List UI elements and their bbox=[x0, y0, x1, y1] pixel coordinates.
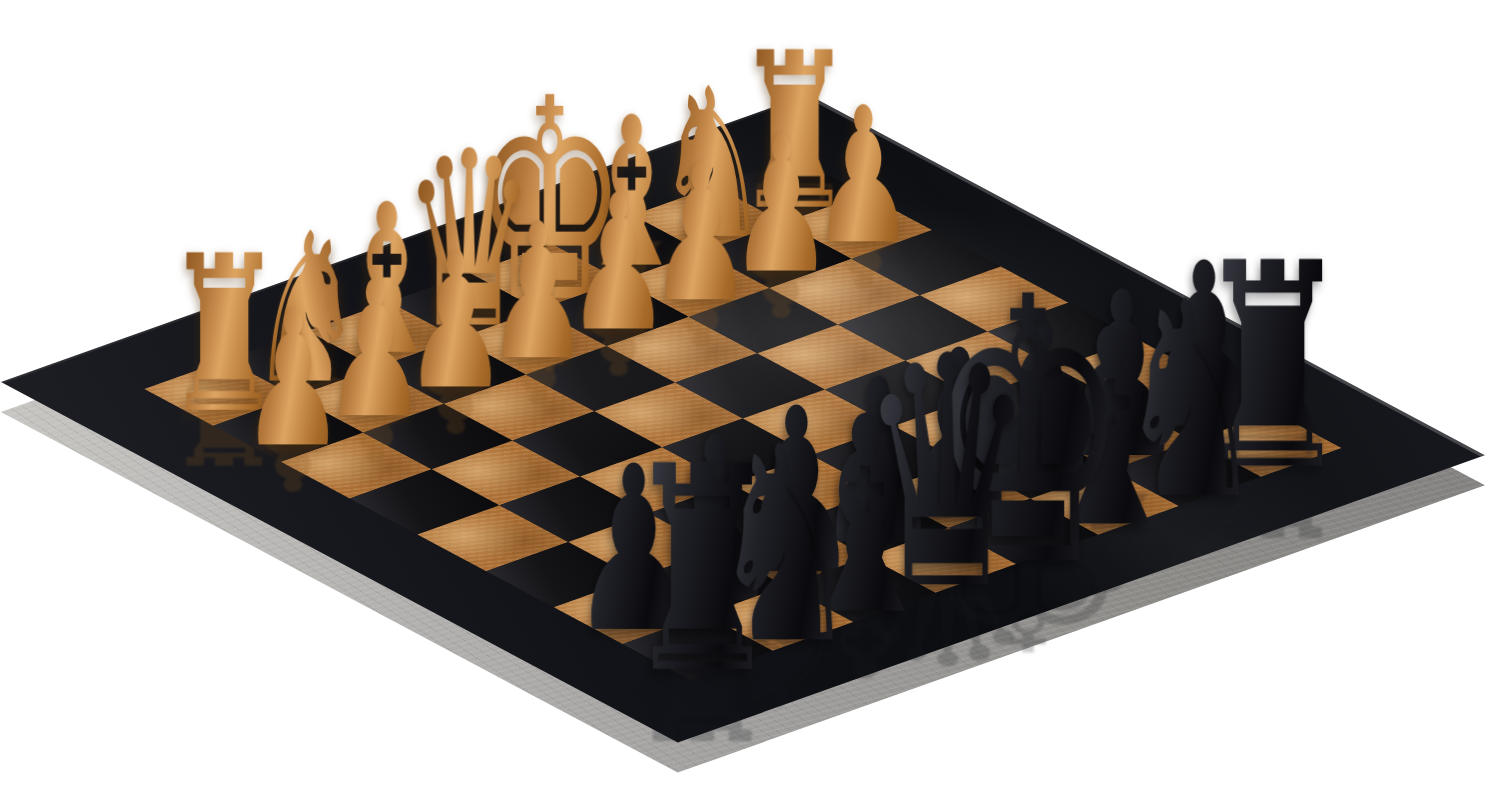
board-grid: ♜♜♞♞♝♝♛♛♚♚♝♝♞♞♜♜♟♟♟♟♟♟♟♟♟♟♟♟♟♟♟♟♟♟♟♟♟♟♟♟… bbox=[144, 157, 1341, 680]
amber-pawn-glyph: ♟ bbox=[241, 285, 346, 473]
black-rook-glyph: ♜ bbox=[624, 429, 781, 712]
chess-scene: ♜♜♞♞♝♝♛♛♚♚♝♝♞♞♜♜♟♟♟♟♟♟♟♟♟♟♟♟♟♟♟♟♟♟♟♟♟♟♟♟… bbox=[0, 0, 1500, 808]
square-a8: ♜♜ bbox=[622, 615, 772, 680]
chess-board: ♜♜♞♞♝♝♛♛♚♚♝♝♞♞♜♜♟♟♟♟♟♟♟♟♟♟♟♟♟♟♟♟♟♟♟♟♟♟♟♟… bbox=[1, 95, 1485, 743]
